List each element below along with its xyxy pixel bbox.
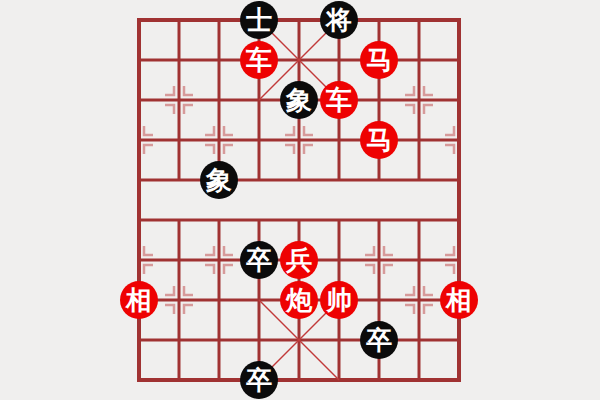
red-chariot-2[interactable]: 车 [320,81,358,119]
red-elephant-2[interactable]: 相 [440,281,478,319]
black-elephant-2[interactable]: 象 [200,161,238,199]
xiangqi-board-diagram: 士将车马象车马象卒兵相炮帅相卒卒 [0,0,600,400]
red-horse-2[interactable]: 马 [360,121,398,159]
red-soldier[interactable]: 兵 [280,241,318,279]
black-soldier-3[interactable]: 卒 [240,361,278,399]
xiangqi-board: 士将车马象车马象卒兵相炮帅相卒卒 [119,0,479,400]
black-elephant-1[interactable]: 象 [280,81,318,119]
black-soldier-1[interactable]: 卒 [240,241,278,279]
black-soldier-2[interactable]: 卒 [360,321,398,359]
black-general[interactable]: 将 [320,1,358,39]
red-horse-1[interactable]: 马 [360,41,398,79]
black-advisor[interactable]: 士 [240,1,278,39]
red-chariot-1[interactable]: 车 [240,41,278,79]
red-cannon[interactable]: 炮 [280,281,318,319]
red-general[interactable]: 帅 [320,281,358,319]
red-elephant-1[interactable]: 相 [120,281,158,319]
